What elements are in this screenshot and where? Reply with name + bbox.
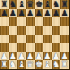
white-pawn-icon[interactable]: ♟ (35, 52, 43, 60)
square-g7[interactable]: ♟ (52, 9, 61, 18)
square-a8[interactable]: ♜ (0, 0, 9, 9)
white-bishop-icon[interactable]: ♝ (44, 60, 52, 68)
black-knight-icon[interactable]: ♞ (52, 0, 60, 8)
square-g3[interactable] (52, 43, 61, 52)
square-c1[interactable]: ♝ (17, 60, 26, 69)
square-b4[interactable] (9, 35, 18, 44)
square-a1[interactable]: ♜ (0, 60, 9, 69)
square-f2[interactable]: ♟ (43, 52, 52, 61)
square-e5[interactable] (35, 26, 44, 35)
square-c4[interactable] (17, 35, 26, 44)
square-c2[interactable]: ♟ (17, 52, 26, 61)
square-e1[interactable]: ♚ (35, 60, 44, 69)
white-pawn-icon[interactable]: ♟ (0, 52, 8, 60)
square-a7[interactable]: ♟ (0, 9, 9, 18)
square-e7[interactable]: ♟ (35, 9, 44, 18)
square-d3[interactable] (26, 43, 35, 52)
square-f4[interactable] (43, 35, 52, 44)
white-rook-icon[interactable]: ♜ (0, 60, 8, 68)
black-knight-icon[interactable]: ♞ (9, 0, 17, 8)
square-a4[interactable] (0, 35, 9, 44)
square-g5[interactable] (52, 26, 61, 35)
square-h5[interactable] (60, 26, 69, 35)
square-f5[interactable] (43, 26, 52, 35)
square-d5[interactable] (26, 26, 35, 35)
square-h4[interactable] (60, 35, 69, 44)
square-d6[interactable] (26, 17, 35, 26)
white-pawn-icon[interactable]: ♟ (18, 52, 26, 60)
square-e3[interactable] (35, 43, 44, 52)
black-king-icon[interactable]: ♚ (35, 0, 43, 8)
square-e8[interactable]: ♚ (35, 0, 44, 9)
black-queen-icon[interactable]: ♛ (26, 0, 34, 8)
square-g4[interactable] (52, 35, 61, 44)
square-e6[interactable] (35, 17, 44, 26)
square-e4[interactable] (35, 35, 44, 44)
square-c8[interactable]: ♝ (17, 0, 26, 9)
square-b1[interactable]: ♞ (9, 60, 18, 69)
square-f8[interactable]: ♝ (43, 0, 52, 9)
black-pawn-icon[interactable]: ♟ (44, 9, 52, 17)
square-c3[interactable] (17, 43, 26, 52)
square-a5[interactable] (0, 26, 9, 35)
square-h2[interactable]: ♟ (60, 52, 69, 61)
white-pawn-icon[interactable]: ♟ (44, 52, 52, 60)
square-a3[interactable] (0, 43, 9, 52)
white-pawn-icon[interactable]: ♟ (61, 52, 69, 60)
square-c7[interactable]: ♟ (17, 9, 26, 18)
square-b8[interactable]: ♞ (9, 0, 18, 9)
square-h3[interactable] (60, 43, 69, 52)
square-f6[interactable] (43, 17, 52, 26)
white-knight-icon[interactable]: ♞ (52, 60, 60, 68)
white-pawn-icon[interactable]: ♟ (26, 52, 34, 60)
square-b6[interactable] (9, 17, 18, 26)
square-f3[interactable] (43, 43, 52, 52)
square-h7[interactable]: ♟ (60, 9, 69, 18)
square-h1[interactable]: ♜ (60, 60, 69, 69)
square-b5[interactable] (9, 26, 18, 35)
square-g8[interactable]: ♞ (52, 0, 61, 9)
black-rook-icon[interactable]: ♜ (61, 0, 69, 8)
square-a2[interactable]: ♟ (0, 52, 9, 61)
square-h6[interactable] (60, 17, 69, 26)
square-h8[interactable]: ♜ (60, 0, 69, 9)
square-f7[interactable]: ♟ (43, 9, 52, 18)
white-pawn-icon[interactable]: ♟ (9, 52, 17, 60)
square-c6[interactable] (17, 17, 26, 26)
square-a6[interactable] (0, 17, 9, 26)
square-d4[interactable] (26, 35, 35, 44)
square-d2[interactable]: ♟ (26, 52, 35, 61)
chess-app: ♜♞♝♛♚♝♞♜♟♟♟♟♟♟♟♟♟♟♟♟♟♟♟♟♜♞♝♛♚♝♞♜ (0, 0, 70, 70)
black-pawn-icon[interactable]: ♟ (52, 9, 60, 17)
square-d8[interactable]: ♛ (26, 0, 35, 9)
black-pawn-icon[interactable]: ♟ (26, 9, 34, 17)
square-d1[interactable]: ♛ (26, 60, 35, 69)
chess-board: ♜♞♝♛♚♝♞♜♟♟♟♟♟♟♟♟♟♟♟♟♟♟♟♟♜♞♝♛♚♝♞♜ (0, 0, 70, 70)
square-b7[interactable]: ♟ (9, 9, 18, 18)
square-d7[interactable]: ♟ (26, 9, 35, 18)
black-rook-icon[interactable]: ♜ (0, 0, 8, 8)
black-pawn-icon[interactable]: ♟ (18, 9, 26, 17)
square-g6[interactable] (52, 17, 61, 26)
black-pawn-icon[interactable]: ♟ (35, 9, 43, 17)
square-e2[interactable]: ♟ (35, 52, 44, 61)
white-pawn-icon[interactable]: ♟ (52, 52, 60, 60)
square-g2[interactable]: ♟ (52, 52, 61, 61)
black-bishop-icon[interactable]: ♝ (44, 0, 52, 8)
black-pawn-icon[interactable]: ♟ (61, 9, 69, 17)
black-bishop-icon[interactable]: ♝ (18, 0, 26, 8)
white-queen-icon[interactable]: ♛ (26, 60, 34, 68)
square-g1[interactable]: ♞ (52, 60, 61, 69)
white-king-icon[interactable]: ♚ (35, 60, 43, 68)
white-knight-icon[interactable]: ♞ (9, 60, 17, 68)
square-b3[interactable] (9, 43, 18, 52)
black-pawn-icon[interactable]: ♟ (9, 9, 17, 17)
square-f1[interactable]: ♝ (43, 60, 52, 69)
black-pawn-icon[interactable]: ♟ (0, 9, 8, 17)
square-b2[interactable]: ♟ (9, 52, 18, 61)
square-c5[interactable] (17, 26, 26, 35)
white-bishop-icon[interactable]: ♝ (18, 60, 26, 68)
white-rook-icon[interactable]: ♜ (61, 60, 69, 68)
